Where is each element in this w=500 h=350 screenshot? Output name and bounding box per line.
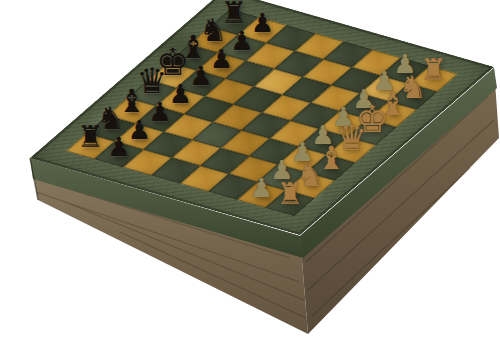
piece-black-pawn-a7: ♟ [99,134,139,160]
stone-chess-set-photo: ♜♟♟♜♞♟♟♞♝♟♟♝♛♟♟♛♚♟♟♚♝♟♟♝♞♟♟♞♜♟♟♜ [0,0,500,350]
piece-white-rook-a1: ♜ [270,179,310,209]
